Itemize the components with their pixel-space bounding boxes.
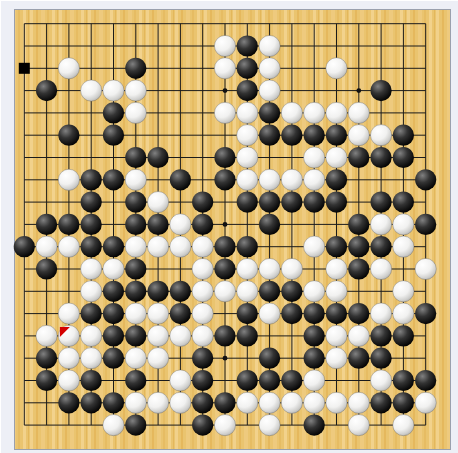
stone-black[interactable] (348, 236, 369, 257)
stone-black[interactable] (304, 325, 325, 346)
stone-black[interactable] (103, 236, 124, 257)
stone-white[interactable] (348, 125, 369, 146)
stone-black[interactable] (304, 303, 325, 324)
stone-white[interactable] (259, 415, 280, 436)
stone-white[interactable] (148, 348, 169, 369)
stone-white[interactable] (58, 303, 79, 324)
stone-white[interactable] (348, 325, 369, 346)
stone-white[interactable] (125, 392, 146, 413)
stone-black[interactable] (14, 236, 35, 257)
stone-black[interactable] (192, 370, 213, 391)
stone-white[interactable] (304, 392, 325, 413)
stone-white[interactable] (304, 370, 325, 391)
stone-white[interactable] (125, 169, 146, 190)
stone-white[interactable] (192, 325, 213, 346)
stone-black[interactable] (81, 214, 102, 235)
stone-black[interactable] (415, 169, 436, 190)
stone-white[interactable] (259, 35, 280, 56)
stone-white[interactable] (81, 80, 102, 101)
goban[interactable] (1, 1, 458, 453)
stone-black[interactable] (237, 80, 258, 101)
stone-black[interactable] (237, 192, 258, 213)
stone-black[interactable] (58, 125, 79, 146)
stone-black[interactable] (348, 147, 369, 168)
stone-black[interactable] (415, 214, 436, 235)
stone-white[interactable] (259, 80, 280, 101)
stone-white[interactable] (326, 325, 347, 346)
stone-white[interactable] (393, 236, 414, 257)
stone-black[interactable] (393, 125, 414, 146)
stone-black[interactable] (58, 392, 79, 413)
stone-black[interactable] (81, 303, 102, 324)
stone-white[interactable] (304, 147, 325, 168)
stone-black[interactable] (103, 392, 124, 413)
stone-black[interactable] (192, 214, 213, 235)
stone-black[interactable] (393, 392, 414, 413)
stone-white[interactable] (36, 236, 57, 257)
stone-white[interactable] (125, 236, 146, 257)
stone-white[interactable] (192, 303, 213, 324)
stone-white[interactable] (214, 415, 235, 436)
stone-white[interactable] (304, 169, 325, 190)
stone-black[interactable] (103, 125, 124, 146)
stone-white[interactable] (348, 415, 369, 436)
stone-white[interactable] (81, 258, 102, 279)
stone-black[interactable] (214, 169, 235, 190)
stone-white[interactable] (326, 58, 347, 79)
stone-white[interactable] (259, 58, 280, 79)
stone-black[interactable] (36, 214, 57, 235)
stone-white[interactable] (192, 281, 213, 302)
stone-white[interactable] (148, 325, 169, 346)
stone-black[interactable] (326, 125, 347, 146)
stone-black[interactable] (393, 192, 414, 213)
stone-black[interactable] (371, 236, 392, 257)
stone-white[interactable] (58, 169, 79, 190)
stone-black[interactable] (125, 281, 146, 302)
stone-white[interactable] (148, 303, 169, 324)
stone-black[interactable] (393, 370, 414, 391)
stone-black[interactable] (125, 415, 146, 436)
stone-black[interactable] (348, 214, 369, 235)
stone-black[interactable] (281, 281, 302, 302)
stone-black[interactable] (237, 325, 258, 346)
stone-black[interactable] (81, 370, 102, 391)
stone-black[interactable] (281, 370, 302, 391)
stone-black[interactable] (103, 102, 124, 123)
stone-black[interactable] (259, 348, 280, 369)
stone-white[interactable] (304, 236, 325, 257)
stone-white[interactable] (281, 102, 302, 123)
stone-white[interactable] (170, 214, 191, 235)
stone-white[interactable] (170, 325, 191, 346)
stone-black[interactable] (393, 325, 414, 346)
stone-white[interactable] (214, 281, 235, 302)
stone-black[interactable] (103, 348, 124, 369)
stone-white[interactable] (58, 58, 79, 79)
stone-black[interactable] (103, 169, 124, 190)
stone-white[interactable] (326, 281, 347, 302)
stone-black[interactable] (326, 303, 347, 324)
stone-white[interactable] (125, 80, 146, 101)
stone-white[interactable] (58, 236, 79, 257)
stone-black[interactable] (214, 258, 235, 279)
stone-black[interactable] (81, 192, 102, 213)
stone-white[interactable] (58, 348, 79, 369)
stone-black[interactable] (170, 303, 191, 324)
square-marker (19, 63, 30, 74)
stone-white[interactable] (326, 348, 347, 369)
stone-white[interactable] (192, 258, 213, 279)
stone-white[interactable] (237, 392, 258, 413)
stone-white[interactable] (326, 102, 347, 123)
stone-white[interactable] (148, 392, 169, 413)
stone-black[interactable] (259, 281, 280, 302)
stone-white[interactable] (214, 35, 235, 56)
stone-white[interactable] (259, 392, 280, 413)
stone-white[interactable] (214, 58, 235, 79)
stone-black[interactable] (237, 35, 258, 56)
stone-white[interactable] (58, 370, 79, 391)
stone-white[interactable] (125, 348, 146, 369)
stone-black[interactable] (259, 102, 280, 123)
stone-black[interactable] (326, 192, 347, 213)
stone-black[interactable] (36, 258, 57, 279)
stone-white[interactable] (237, 102, 258, 123)
stone-black[interactable] (393, 147, 414, 168)
stone-black[interactable] (304, 192, 325, 213)
stone-white[interactable] (237, 281, 258, 302)
stone-white[interactable] (237, 258, 258, 279)
stone-white[interactable] (304, 102, 325, 123)
stone-white[interactable] (148, 236, 169, 257)
stone-black[interactable] (304, 125, 325, 146)
stone-white[interactable] (81, 325, 102, 346)
stone-white[interactable] (371, 258, 392, 279)
stone-black[interactable] (237, 303, 258, 324)
stone-white[interactable] (393, 214, 414, 235)
stone-black[interactable] (237, 58, 258, 79)
stone-black[interactable] (371, 147, 392, 168)
stone-black[interactable] (36, 348, 57, 369)
stone-white[interactable] (371, 125, 392, 146)
stone-black[interactable] (192, 415, 213, 436)
stone-black[interactable] (125, 258, 146, 279)
stone-black[interactable] (192, 192, 213, 213)
stone-black[interactable] (281, 303, 302, 324)
stone-black[interactable] (348, 348, 369, 369)
stone-black[interactable] (36, 370, 57, 391)
stone-black[interactable] (304, 415, 325, 436)
stone-black[interactable] (259, 192, 280, 213)
stone-black[interactable] (348, 258, 369, 279)
app-window (0, 0, 458, 453)
stone-white[interactable] (214, 102, 235, 123)
stone-black[interactable] (58, 214, 79, 235)
stone-black[interactable] (415, 303, 436, 324)
stone-white[interactable] (148, 192, 169, 213)
stone-black[interactable] (371, 325, 392, 346)
stone-white[interactable] (326, 258, 347, 279)
stone-white[interactable] (371, 303, 392, 324)
stone-white[interactable] (237, 125, 258, 146)
stone-black[interactable] (103, 281, 124, 302)
stone-black[interactable] (214, 236, 235, 257)
stone-black[interactable] (81, 169, 102, 190)
stone-white[interactable] (371, 214, 392, 235)
stone-white[interactable] (81, 281, 102, 302)
stone-black[interactable] (304, 348, 325, 369)
stone-white[interactable] (170, 392, 191, 413)
stone-black[interactable] (125, 192, 146, 213)
stone-white[interactable] (192, 236, 213, 257)
stone-black[interactable] (214, 147, 235, 168)
stone-white[interactable] (393, 303, 414, 324)
stone-black[interactable] (125, 325, 146, 346)
stone-black[interactable] (371, 192, 392, 213)
stone-black[interactable] (371, 392, 392, 413)
stone-black[interactable] (103, 325, 124, 346)
stone-white[interactable] (415, 258, 436, 279)
stone-black[interactable] (81, 392, 102, 413)
stone-white[interactable] (237, 169, 258, 190)
stone-black[interactable] (281, 192, 302, 213)
stone-white[interactable] (103, 415, 124, 436)
stone-black[interactable] (170, 281, 191, 302)
stone-white[interactable] (259, 169, 280, 190)
stone-white[interactable] (348, 102, 369, 123)
stone-black[interactable] (371, 80, 392, 101)
stone-black[interactable] (125, 370, 146, 391)
stone-white[interactable] (415, 392, 436, 413)
stone-white[interactable] (348, 392, 369, 413)
stone-white[interactable] (81, 348, 102, 369)
stone-black[interactable] (259, 125, 280, 146)
stone-white[interactable] (326, 147, 347, 168)
stone-black[interactable] (125, 58, 146, 79)
stone-white[interactable] (103, 80, 124, 101)
stone-white[interactable] (125, 303, 146, 324)
stone-black[interactable] (170, 169, 191, 190)
stone-black[interactable] (36, 80, 57, 101)
stone-white[interactable] (281, 169, 302, 190)
stone-white[interactable] (393, 281, 414, 302)
stone-white[interactable] (326, 392, 347, 413)
stone-black[interactable] (259, 370, 280, 391)
stone-white[interactable] (170, 236, 191, 257)
stone-white[interactable] (125, 102, 146, 123)
stone-black[interactable] (415, 370, 436, 391)
stone-white[interactable] (237, 147, 258, 168)
stone-black[interactable] (371, 348, 392, 369)
stone-white[interactable] (259, 303, 280, 324)
stone-black[interactable] (237, 370, 258, 391)
stone-black[interactable] (214, 392, 235, 413)
stone-black[interactable] (148, 214, 169, 235)
stone-white[interactable] (103, 258, 124, 279)
stone-black[interactable] (259, 214, 280, 235)
stone-black[interactable] (237, 236, 258, 257)
stone-black[interactable] (81, 236, 102, 257)
stone-white[interactable] (304, 281, 325, 302)
stone-white[interactable] (170, 370, 191, 391)
stone-black[interactable] (103, 303, 124, 324)
stone-white[interactable] (393, 415, 414, 436)
stone-black[interactable] (125, 147, 146, 168)
stone-black[interactable] (326, 236, 347, 257)
stone-black[interactable] (192, 392, 213, 413)
stone-black[interactable] (281, 125, 302, 146)
stone-black[interactable] (148, 147, 169, 168)
stone-black[interactable] (148, 281, 169, 302)
stone-black[interactable] (348, 303, 369, 324)
stone-black[interactable] (125, 214, 146, 235)
stone-black[interactable] (214, 325, 235, 346)
stone-white[interactable] (36, 325, 57, 346)
stone-white[interactable] (371, 370, 392, 391)
stone-black[interactable] (326, 169, 347, 190)
stone-white[interactable] (259, 258, 280, 279)
stone-white[interactable] (281, 258, 302, 279)
stone-white[interactable] (281, 392, 302, 413)
stone-black[interactable] (192, 348, 213, 369)
